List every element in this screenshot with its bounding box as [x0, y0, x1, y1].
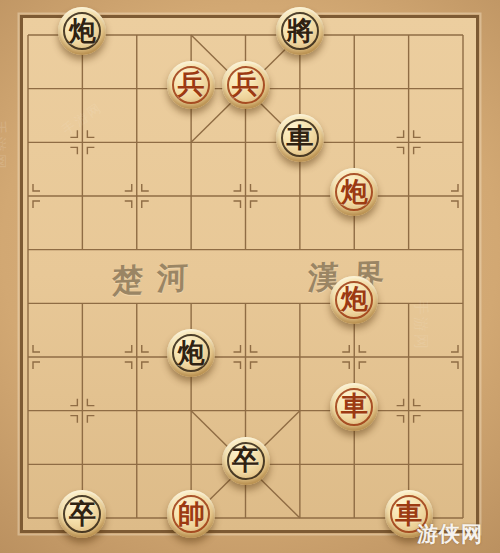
piece-black-chariot[interactable]: 車	[276, 114, 324, 162]
piece-red-cannon[interactable]: 炮	[330, 168, 378, 216]
piece-glyph: 炮	[341, 285, 368, 312]
piece-glyph: 炮	[178, 339, 205, 366]
piece-red-general[interactable]: 帥	[167, 490, 215, 538]
piece-glyph: 炮	[341, 178, 368, 205]
piece-red-cannon[interactable]: 炮	[330, 276, 378, 324]
xiangqi-board: 楚河 漢界 手游网 手游网 手游网 炮將兵兵車炮炮炮車卒卒帥車 游侠网	[0, 0, 500, 553]
piece-glyph: 卒	[232, 446, 259, 473]
piece-glyph: 兵	[178, 70, 205, 97]
piece-black-general[interactable]: 將	[276, 7, 324, 55]
board-cell-c7r6: 炮	[327, 277, 381, 331]
piece-black-soldier[interactable]: 卒	[58, 490, 106, 538]
board-cell-c2r1: 炮	[55, 8, 109, 62]
piece-red-soldier[interactable]: 兵	[167, 61, 215, 109]
piece-black-cannon[interactable]: 炮	[58, 7, 106, 55]
piece-red-soldier[interactable]: 兵	[222, 61, 270, 109]
board-cell-c7r8: 車	[327, 384, 381, 438]
piece-glyph: 車	[341, 392, 368, 419]
board-cell-c5r2: 兵	[218, 62, 272, 116]
piece-glyph: 將	[286, 17, 313, 44]
piece-glyph: 車	[286, 124, 313, 151]
piece-glyph: 帥	[178, 500, 205, 527]
piece-grid: 炮將兵兵車炮炮炮車卒卒帥車	[1, 8, 491, 545]
board-cell-c2r10: 卒	[55, 491, 109, 545]
board-cell-c4r7: 炮	[164, 330, 218, 384]
piece-black-soldier[interactable]: 卒	[222, 437, 270, 485]
board-cell-c6r1: 將	[273, 8, 327, 62]
piece-glyph: 炮	[69, 17, 96, 44]
piece-glyph: 兵	[232, 70, 259, 97]
board-cell-c4r10: 帥	[164, 491, 218, 545]
piece-red-chariot[interactable]: 車	[330, 383, 378, 431]
board-cell-c7r4: 炮	[327, 169, 381, 223]
piece-glyph: 卒	[69, 500, 96, 527]
board-cell-c4r2: 兵	[164, 62, 218, 116]
piece-black-cannon[interactable]: 炮	[167, 329, 215, 377]
board-cell-c6r3: 車	[273, 116, 327, 170]
site-watermark: 游侠网	[417, 520, 483, 548]
board-cell-c5r9: 卒	[218, 438, 272, 492]
